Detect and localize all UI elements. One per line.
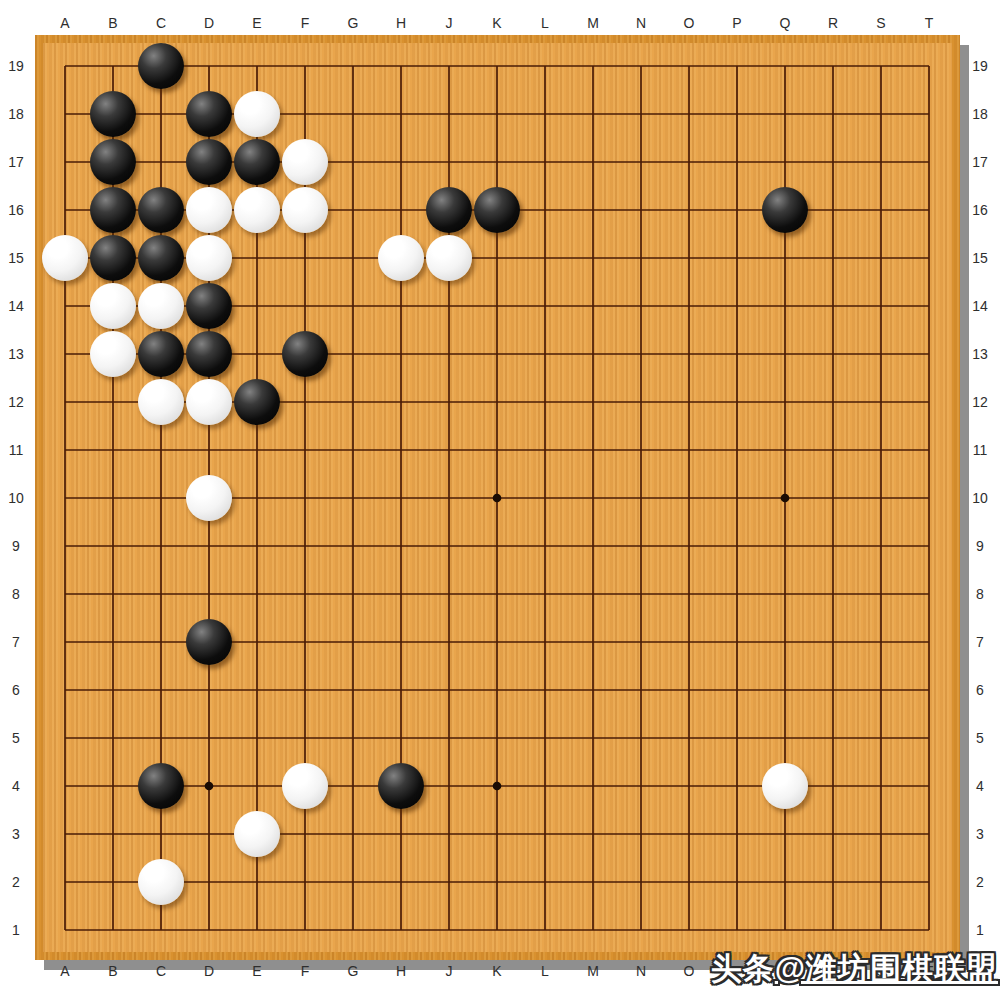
col-label-bottom-H: H [389,963,413,979]
stone-white-F17 [282,139,328,185]
row-label-left-17: 17 [1,154,31,170]
row-label-left-12: 12 [1,394,31,410]
row-label-left-15: 15 [1,250,31,266]
stone-black-D13 [186,331,232,377]
col-label-top-Q: Q [773,15,797,31]
row-label-right-8: 8 [965,586,995,602]
col-label-top-G: G [341,15,365,31]
row-label-left-9: 9 [1,538,31,554]
stone-white-C14 [138,283,184,329]
col-label-bottom-M: M [581,963,605,979]
stone-white-E16 [234,187,280,233]
watermark: 头条@潍坊围棋联盟 [711,948,998,990]
stone-black-D18 [186,91,232,137]
stone-white-E3 [234,811,280,857]
row-label-left-1: 1 [1,922,31,938]
row-label-left-11: 11 [1,442,31,458]
stone-white-D15 [186,235,232,281]
col-label-top-H: H [389,15,413,31]
row-label-right-12: 12 [965,394,995,410]
col-label-top-L: L [533,15,557,31]
col-label-bottom-N: N [629,963,653,979]
col-label-bottom-J: J [437,963,461,979]
col-label-top-F: F [293,15,317,31]
stone-black-J16 [426,187,472,233]
col-label-bottom-A: A [53,963,77,979]
stone-black-Q16 [762,187,808,233]
col-label-top-D: D [197,15,221,31]
row-label-right-10: 10 [965,490,995,506]
stone-white-B13 [90,331,136,377]
star-point-D4 [205,782,214,791]
row-label-right-1: 1 [965,922,995,938]
stone-white-A15 [42,235,88,281]
col-label-top-M: M [581,15,605,31]
row-label-right-9: 9 [965,538,995,554]
col-label-top-O: O [677,15,701,31]
col-label-bottom-L: L [533,963,557,979]
col-label-bottom-E: E [245,963,269,979]
row-label-right-18: 18 [965,106,995,122]
row-label-right-15: 15 [965,250,995,266]
col-label-bottom-F: F [293,963,317,979]
col-label-top-J: J [437,15,461,31]
row-label-left-8: 8 [1,586,31,602]
stone-white-D12 [186,379,232,425]
board-grid [35,35,960,960]
stone-black-D17 [186,139,232,185]
row-label-right-11: 11 [965,442,995,458]
stone-white-F16 [282,187,328,233]
star-point-K10 [493,494,502,503]
stone-black-C4 [138,763,184,809]
stone-black-C15 [138,235,184,281]
col-label-bottom-K: K [485,963,509,979]
stone-black-B18 [90,91,136,137]
stone-white-F4 [282,763,328,809]
col-label-top-B: B [101,15,125,31]
stone-black-K16 [474,187,520,233]
row-label-right-14: 14 [965,298,995,314]
row-label-left-2: 2 [1,874,31,890]
col-label-bottom-B: B [101,963,125,979]
row-label-left-5: 5 [1,730,31,746]
row-label-left-7: 7 [1,634,31,650]
stone-black-H4 [378,763,424,809]
row-label-right-13: 13 [965,346,995,362]
row-label-left-14: 14 [1,298,31,314]
row-label-right-2: 2 [965,874,995,890]
col-label-top-A: A [53,15,77,31]
stone-white-Q4 [762,763,808,809]
col-label-bottom-G: G [341,963,365,979]
row-label-right-7: 7 [965,634,995,650]
col-label-top-P: P [725,15,749,31]
stone-black-E17 [234,139,280,185]
row-label-right-5: 5 [965,730,995,746]
stone-white-B14 [90,283,136,329]
row-label-right-17: 17 [965,154,995,170]
stone-black-B17 [90,139,136,185]
stone-white-D16 [186,187,232,233]
col-label-top-C: C [149,15,173,31]
stone-black-C13 [138,331,184,377]
row-label-right-3: 3 [965,826,995,842]
col-label-bottom-D: D [197,963,221,979]
watermark-handle: @潍坊围棋联盟 [775,951,998,986]
row-label-left-19: 19 [1,58,31,74]
stone-white-C2 [138,859,184,905]
stone-black-B16 [90,187,136,233]
col-label-bottom-C: C [149,963,173,979]
stone-white-E18 [234,91,280,137]
stone-white-H15 [378,235,424,281]
row-label-right-16: 16 [965,202,995,218]
row-label-left-3: 3 [1,826,31,842]
stone-black-C19 [138,43,184,89]
row-label-right-19: 19 [965,58,995,74]
col-label-top-K: K [485,15,509,31]
page: { "game": "go", "board": { "size": 19, "… [0,0,1000,1000]
col-label-top-S: S [869,15,893,31]
stone-white-D10 [186,475,232,521]
star-point-Q10 [781,494,790,503]
stone-black-E12 [234,379,280,425]
stone-white-J15 [426,235,472,281]
stone-white-C12 [138,379,184,425]
star-point-K4 [493,782,502,791]
stone-black-C16 [138,187,184,233]
col-label-top-N: N [629,15,653,31]
watermark-brand: 头条 [711,951,775,986]
go-board[interactable] [35,35,960,960]
row-label-left-18: 18 [1,106,31,122]
row-label-right-4: 4 [965,778,995,794]
stone-black-D14 [186,283,232,329]
row-label-left-10: 10 [1,490,31,506]
row-label-right-6: 6 [965,682,995,698]
stone-black-D7 [186,619,232,665]
row-label-left-6: 6 [1,682,31,698]
col-label-bottom-O: O [677,963,701,979]
stone-black-B15 [90,235,136,281]
stone-black-F13 [282,331,328,377]
col-label-top-E: E [245,15,269,31]
row-label-left-13: 13 [1,346,31,362]
col-label-top-R: R [821,15,845,31]
row-label-left-4: 4 [1,778,31,794]
row-label-left-16: 16 [1,202,31,218]
col-label-top-T: T [917,15,941,31]
